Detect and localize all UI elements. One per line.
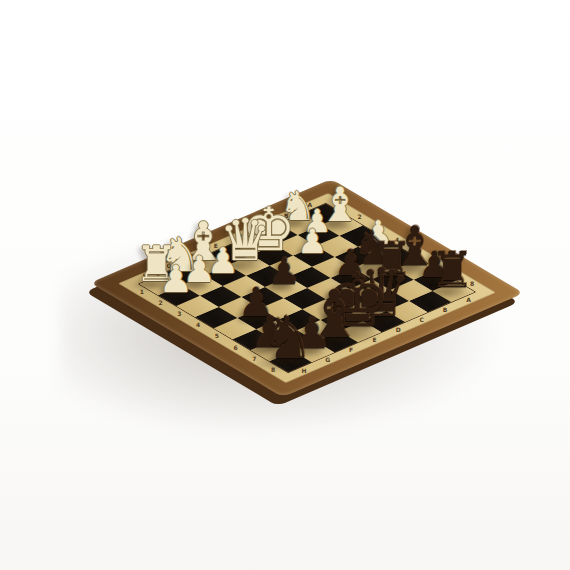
file-label-g: G — [322, 355, 334, 365]
file-label-far-h: H — [139, 271, 151, 281]
file-label-far-d: D — [233, 231, 245, 241]
file-label-far-a: A — [304, 200, 316, 210]
rank-label-far-8: 8 — [466, 279, 478, 289]
rank-label-far-6: 6 — [429, 257, 441, 267]
file-label-e: E — [369, 335, 381, 345]
rank-label-3: 3 — [173, 309, 185, 319]
file-label-f: F — [345, 345, 357, 355]
rank-label-8: 8 — [267, 365, 279, 375]
rank-label-4: 4 — [192, 320, 204, 330]
file-label-far-f: F — [186, 251, 198, 261]
file-label-far-e: E — [210, 241, 222, 251]
rank-label-6: 6 — [230, 343, 242, 353]
file-label-far-b: B — [280, 211, 292, 221]
rank-label-far-7: 7 — [447, 268, 459, 278]
product-photo: AA88BB77CC66DD55EE44FF33GG22HH11 ♞♝♟♟♚♟♝… — [0, 0, 570, 570]
file-label-d: D — [392, 325, 404, 335]
file-label-a: A — [463, 295, 475, 305]
rank-label-far-1: 1 — [335, 201, 347, 211]
rank-label-far-5: 5 — [410, 246, 422, 256]
rank-label-5: 5 — [211, 331, 223, 341]
rank-label-far-4: 4 — [391, 235, 403, 245]
rank-label-far-3: 3 — [372, 223, 384, 233]
file-label-h: H — [298, 366, 310, 376]
file-label-c: C — [416, 315, 428, 325]
rank-label-7: 7 — [248, 354, 260, 364]
file-label-b: B — [439, 305, 451, 315]
file-label-far-g: G — [163, 261, 175, 271]
file-label-far-c: C — [257, 221, 269, 231]
rank-label-1: 1 — [136, 287, 148, 297]
rank-label-2: 2 — [155, 298, 167, 308]
rank-label-far-2: 2 — [354, 212, 366, 222]
